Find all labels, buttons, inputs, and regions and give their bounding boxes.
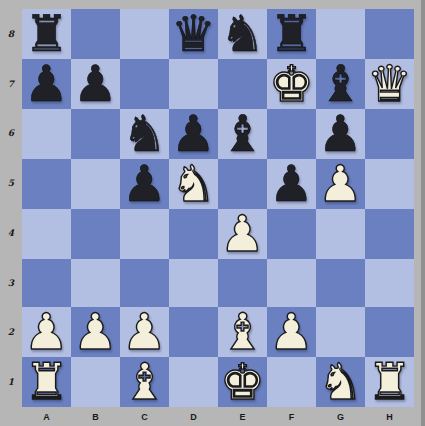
black-pawn-icon: ♟ bbox=[24, 59, 69, 109]
square-h1[interactable]: ♜ bbox=[365, 357, 414, 407]
square-h5[interactable] bbox=[365, 159, 414, 209]
file-label-c: C bbox=[120, 407, 169, 426]
file-label-a: A bbox=[22, 407, 71, 426]
white-rook-icon: ♜ bbox=[367, 357, 412, 407]
square-b4[interactable] bbox=[71, 209, 120, 259]
file-label-g: G bbox=[316, 407, 365, 426]
square-h8[interactable] bbox=[365, 9, 414, 59]
square-g1[interactable]: ♞ bbox=[316, 357, 365, 407]
square-a1[interactable]: ♜ bbox=[22, 357, 71, 407]
file-label-e: E bbox=[218, 407, 267, 426]
white-pawn-icon: ♟ bbox=[24, 307, 69, 357]
square-a2[interactable]: ♟ bbox=[22, 307, 71, 357]
square-h6[interactable] bbox=[365, 109, 414, 159]
square-c2[interactable]: ♟ bbox=[120, 307, 169, 357]
square-h7[interactable]: ♛ bbox=[365, 59, 414, 109]
square-h4[interactable] bbox=[365, 209, 414, 259]
square-b5[interactable] bbox=[71, 159, 120, 209]
rank-label-8: 8 bbox=[0, 9, 22, 59]
square-f1[interactable] bbox=[267, 357, 316, 407]
white-rook-icon: ♜ bbox=[24, 357, 69, 407]
black-pawn-icon: ♟ bbox=[318, 109, 363, 159]
black-knight-icon: ♞ bbox=[220, 9, 265, 59]
black-pawn-icon: ♟ bbox=[171, 109, 216, 159]
square-e2[interactable]: ♝ bbox=[218, 307, 267, 357]
square-f6[interactable] bbox=[267, 109, 316, 159]
square-c8[interactable] bbox=[120, 9, 169, 59]
square-g4[interactable] bbox=[316, 209, 365, 259]
white-pawn-icon: ♟ bbox=[318, 159, 363, 209]
file-label-d: D bbox=[169, 407, 218, 426]
black-pawn-icon: ♟ bbox=[269, 159, 314, 209]
square-a7[interactable]: ♟ bbox=[22, 59, 71, 109]
black-pawn-icon: ♟ bbox=[122, 159, 167, 209]
square-d8[interactable]: ♛ bbox=[169, 9, 218, 59]
white-king-icon: ♚ bbox=[220, 357, 265, 407]
rank-label-2: 2 bbox=[0, 308, 22, 358]
white-king-icon: ♚ bbox=[269, 59, 314, 109]
square-a8[interactable]: ♜ bbox=[22, 9, 71, 59]
white-pawn-icon: ♟ bbox=[122, 307, 167, 357]
square-g7[interactable]: ♝ bbox=[316, 59, 365, 109]
square-e7[interactable] bbox=[218, 59, 267, 109]
rank-label-6: 6 bbox=[0, 109, 22, 159]
square-f5[interactable]: ♟ bbox=[267, 159, 316, 209]
rank-label-7: 7 bbox=[0, 59, 22, 109]
square-h2[interactable] bbox=[365, 307, 414, 357]
square-e8[interactable]: ♞ bbox=[218, 9, 267, 59]
file-label-f: F bbox=[267, 407, 316, 426]
square-e5[interactable] bbox=[218, 159, 267, 209]
square-a6[interactable] bbox=[22, 109, 71, 159]
square-e6[interactable]: ♝ bbox=[218, 109, 267, 159]
square-f4[interactable] bbox=[267, 209, 316, 259]
square-c1[interactable]: ♝ bbox=[120, 357, 169, 407]
square-d3[interactable] bbox=[169, 259, 218, 307]
black-queen-icon: ♛ bbox=[171, 9, 216, 59]
square-d4[interactable] bbox=[169, 209, 218, 259]
square-d5[interactable]: ♞ bbox=[169, 159, 218, 209]
square-h3[interactable] bbox=[365, 259, 414, 307]
square-c7[interactable] bbox=[120, 59, 169, 109]
square-e4[interactable]: ♟ bbox=[218, 209, 267, 259]
square-b8[interactable] bbox=[71, 9, 120, 59]
file-labels: ABCDEFGH bbox=[22, 407, 414, 426]
rank-label-3: 3 bbox=[0, 258, 22, 308]
chess-diagram: 87654321 ♜♛♞♜♟♟♚♝♛♞♟♝♟♟♞♟♟♟♟♟♟♝♟♜♝♚♞♜ AB… bbox=[0, 0, 425, 426]
square-g8[interactable] bbox=[316, 9, 365, 59]
square-d1[interactable] bbox=[169, 357, 218, 407]
square-e1[interactable]: ♚ bbox=[218, 357, 267, 407]
square-d7[interactable] bbox=[169, 59, 218, 109]
square-g2[interactable] bbox=[316, 307, 365, 357]
square-f3[interactable] bbox=[267, 259, 316, 307]
black-rook-icon: ♜ bbox=[269, 9, 314, 59]
file-label-h: H bbox=[365, 407, 414, 426]
black-pawn-icon: ♟ bbox=[73, 59, 118, 109]
square-f8[interactable]: ♜ bbox=[267, 9, 316, 59]
square-b7[interactable]: ♟ bbox=[71, 59, 120, 109]
square-f2[interactable]: ♟ bbox=[267, 307, 316, 357]
square-d2[interactable] bbox=[169, 307, 218, 357]
square-a3[interactable] bbox=[22, 259, 71, 307]
rank-labels: 87654321 bbox=[0, 9, 22, 407]
white-pawn-icon: ♟ bbox=[73, 307, 118, 357]
white-knight-icon: ♞ bbox=[171, 159, 216, 209]
square-c4[interactable] bbox=[120, 209, 169, 259]
file-label-b: B bbox=[71, 407, 120, 426]
white-pawn-icon: ♟ bbox=[220, 209, 265, 259]
square-a5[interactable] bbox=[22, 159, 71, 209]
square-g6[interactable]: ♟ bbox=[316, 109, 365, 159]
white-knight-icon: ♞ bbox=[318, 357, 363, 407]
white-bishop-icon: ♝ bbox=[122, 357, 167, 407]
square-c5[interactable]: ♟ bbox=[120, 159, 169, 209]
square-b6[interactable] bbox=[71, 109, 120, 159]
square-d6[interactable]: ♟ bbox=[169, 109, 218, 159]
chess-board: ♜♛♞♜♟♟♚♝♛♞♟♝♟♟♞♟♟♟♟♟♟♝♟♜♝♚♞♜ bbox=[22, 9, 414, 407]
square-c3[interactable] bbox=[120, 259, 169, 307]
white-bishop-icon: ♝ bbox=[220, 307, 265, 357]
black-knight-icon: ♞ bbox=[122, 109, 167, 159]
square-b2[interactable]: ♟ bbox=[71, 307, 120, 357]
square-b3[interactable] bbox=[71, 259, 120, 307]
square-b1[interactable] bbox=[71, 357, 120, 407]
white-pawn-icon: ♟ bbox=[269, 307, 314, 357]
square-e3[interactable] bbox=[218, 259, 267, 307]
rank-label-5: 5 bbox=[0, 158, 22, 208]
square-f7[interactable]: ♚ bbox=[267, 59, 316, 109]
frame-edge-shading bbox=[421, 0, 425, 426]
rank-label-4: 4 bbox=[0, 208, 22, 258]
square-g3[interactable] bbox=[316, 259, 365, 307]
square-a4[interactable] bbox=[22, 209, 71, 259]
black-bishop-icon: ♝ bbox=[220, 109, 265, 159]
square-c6[interactable]: ♞ bbox=[120, 109, 169, 159]
rank-label-1: 1 bbox=[0, 357, 22, 407]
white-queen-icon: ♛ bbox=[367, 59, 412, 109]
black-rook-icon: ♜ bbox=[24, 9, 69, 59]
square-g5[interactable]: ♟ bbox=[316, 159, 365, 209]
black-bishop-icon: ♝ bbox=[318, 59, 363, 109]
